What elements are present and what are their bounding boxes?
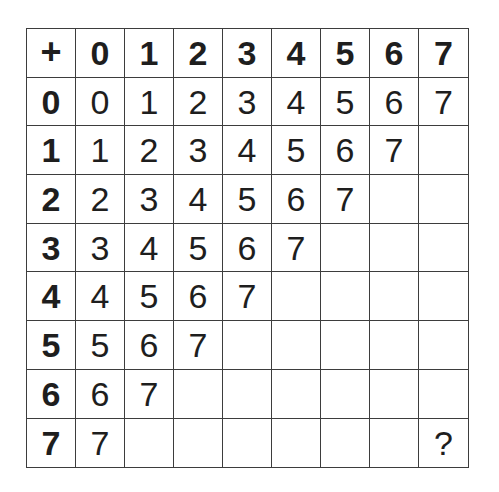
empty-cell (419, 370, 468, 419)
sum-cell: 5 (272, 126, 321, 175)
row-header-cell-6: 6 (27, 370, 76, 419)
sum-cell: 4 (223, 126, 272, 175)
sum-cell: 2 (174, 78, 223, 127)
row-header-cell-5: 5 (27, 321, 76, 370)
col-header-cell-6: 6 (370, 29, 419, 78)
sum-cell: 1 (125, 78, 174, 127)
col-header-cell-3: 3 (223, 29, 272, 78)
addition-table-board: +012345670012345671123456722345673345674… (26, 28, 469, 468)
col-header-cell-5: 5 (321, 29, 370, 78)
sum-cell: 6 (125, 321, 174, 370)
col-header-cell-1: 1 (125, 29, 174, 78)
sum-cell: 0 (76, 78, 125, 127)
row-header-cell-3: 3 (27, 224, 76, 273)
empty-cell (419, 126, 468, 175)
col-header-cell-0: 0 (76, 29, 125, 78)
empty-cell (272, 419, 321, 468)
sum-cell: 7 (419, 78, 468, 127)
empty-cell (174, 370, 223, 419)
sum-cell: 4 (125, 224, 174, 273)
empty-cell (321, 370, 370, 419)
sum-cell: 5 (321, 78, 370, 127)
empty-cell (370, 224, 419, 273)
sum-cell: 6 (370, 78, 419, 127)
empty-cell (419, 224, 468, 273)
empty-cell (370, 321, 419, 370)
question-cell: ? (419, 419, 468, 468)
empty-cell (125, 419, 174, 468)
empty-cell (223, 370, 272, 419)
row-header-cell-4: 4 (27, 272, 76, 321)
sum-cell: 6 (76, 370, 125, 419)
empty-cell (370, 175, 419, 224)
sum-cell: 6 (272, 175, 321, 224)
row-header-cell-0: 0 (27, 78, 76, 127)
sum-cell: 5 (174, 224, 223, 273)
sum-cell: 7 (76, 419, 125, 468)
empty-cell (370, 419, 419, 468)
empty-cell (419, 272, 468, 321)
empty-cell (223, 321, 272, 370)
sum-cell: 4 (174, 175, 223, 224)
empty-cell (419, 175, 468, 224)
col-header-cell-2: 2 (174, 29, 223, 78)
empty-cell (419, 321, 468, 370)
sum-cell: 7 (272, 224, 321, 273)
empty-cell (272, 370, 321, 419)
sum-cell: 3 (174, 126, 223, 175)
sum-cell: 7 (321, 175, 370, 224)
sum-cell: 7 (174, 321, 223, 370)
empty-cell (321, 321, 370, 370)
empty-cell (370, 370, 419, 419)
empty-cell (272, 272, 321, 321)
col-header-cell-4: 4 (272, 29, 321, 78)
sum-cell: 3 (76, 224, 125, 273)
empty-cell (272, 321, 321, 370)
sum-cell: 5 (223, 175, 272, 224)
empty-cell (174, 419, 223, 468)
row-header-cell-1: 1 (27, 126, 76, 175)
sum-cell: 1 (76, 126, 125, 175)
empty-cell (321, 419, 370, 468)
sum-cell: 6 (174, 272, 223, 321)
row-header-cell-2: 2 (27, 175, 76, 224)
sum-cell: 3 (223, 78, 272, 127)
sum-cell: 6 (223, 224, 272, 273)
sum-cell: 7 (370, 126, 419, 175)
row-header-cell-7: 7 (27, 419, 76, 468)
sum-cell: 4 (76, 272, 125, 321)
plus-operator-cell: + (27, 29, 76, 78)
sum-cell: 6 (321, 126, 370, 175)
col-header-cell-7: 7 (419, 29, 468, 78)
empty-cell (223, 419, 272, 468)
sum-cell: 4 (272, 78, 321, 127)
sum-cell: 7 (125, 370, 174, 419)
sum-cell: 5 (125, 272, 174, 321)
sum-cell: 2 (125, 126, 174, 175)
empty-cell (321, 272, 370, 321)
sum-cell: 5 (76, 321, 125, 370)
sum-cell: 3 (125, 175, 174, 224)
sum-cell: 7 (223, 272, 272, 321)
empty-cell (370, 272, 419, 321)
sum-cell: 2 (76, 175, 125, 224)
empty-cell (321, 224, 370, 273)
